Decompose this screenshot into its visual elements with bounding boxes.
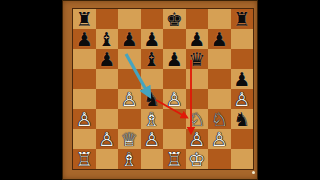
white-rook: ♖	[76, 149, 93, 169]
square-b1[interactable]	[96, 149, 119, 169]
left-letterbox	[0, 0, 62, 180]
white-knight: ♘	[188, 109, 205, 129]
square-a6[interactable]	[73, 49, 96, 69]
black-queen: ♛	[188, 49, 205, 69]
square-d3[interactable]: ♗	[141, 109, 164, 129]
square-d6[interactable]: ♝	[141, 49, 164, 69]
square-d1[interactable]	[141, 149, 164, 169]
black-pawn: ♟	[211, 29, 228, 49]
black-knight: ♞	[233, 109, 250, 129]
black-pawn: ♟	[121, 29, 138, 49]
square-f4[interactable]	[186, 89, 209, 109]
right-letterbox	[258, 0, 320, 180]
square-b5[interactable]	[96, 69, 119, 89]
square-h2[interactable]	[231, 129, 254, 149]
black-pawn: ♟	[76, 29, 93, 49]
square-d4[interactable]: ♞	[141, 89, 164, 109]
square-g2[interactable]: ♙	[208, 129, 231, 149]
white-rook: ♖	[166, 149, 183, 169]
square-a7[interactable]: ♟	[73, 29, 96, 49]
square-h5[interactable]: ♟	[231, 69, 254, 89]
square-a4[interactable]	[73, 89, 96, 109]
black-pawn: ♟	[233, 69, 250, 89]
square-c1[interactable]: ♗	[118, 149, 141, 169]
square-g1[interactable]	[208, 149, 231, 169]
white-bishop: ♗	[121, 149, 138, 169]
square-e6[interactable]: ♟	[163, 49, 186, 69]
square-h8[interactable]: ♜	[231, 9, 254, 29]
square-c7[interactable]: ♟	[118, 29, 141, 49]
square-b3[interactable]	[96, 109, 119, 129]
square-f3[interactable]: ♘	[186, 109, 209, 129]
black-pawn: ♟	[166, 49, 183, 69]
square-c3[interactable]	[118, 109, 141, 129]
black-pawn: ♟	[188, 29, 205, 49]
white-pawn: ♙	[233, 89, 250, 109]
white-pawn: ♙	[188, 129, 205, 149]
square-d7[interactable]: ♟	[141, 29, 164, 49]
square-h6[interactable]	[231, 49, 254, 69]
square-a2[interactable]	[73, 129, 96, 149]
square-b7[interactable]: ♝	[96, 29, 119, 49]
square-f1[interactable]: ♔	[186, 149, 209, 169]
chess-board-frame: ♜♚♜♟♝♟♟♟♟♟♝♟♛♟♙♞♙♙♙♗♘♘♞♙♕♙♙♙♖♗♖♔	[62, 0, 258, 180]
square-c2[interactable]: ♕	[118, 129, 141, 149]
square-c8[interactable]	[118, 9, 141, 29]
square-g8[interactable]	[208, 9, 231, 29]
square-g6[interactable]	[208, 49, 231, 69]
square-c5[interactable]	[118, 69, 141, 89]
black-rook: ♜	[233, 9, 250, 29]
black-king: ♚	[166, 9, 183, 29]
black-pawn: ♟	[143, 29, 160, 49]
square-e1[interactable]: ♖	[163, 149, 186, 169]
square-e4[interactable]: ♙	[163, 89, 186, 109]
white-pawn: ♙	[98, 129, 115, 149]
white-king: ♔	[188, 149, 205, 169]
square-b6[interactable]: ♟	[96, 49, 119, 69]
white-pawn: ♙	[76, 109, 93, 129]
white-knight: ♘	[211, 109, 228, 129]
black-knight: ♞	[143, 89, 160, 109]
square-e3[interactable]	[163, 109, 186, 129]
square-e7[interactable]	[163, 29, 186, 49]
black-bishop: ♝	[98, 29, 115, 49]
square-c6[interactable]	[118, 49, 141, 69]
square-e5[interactable]	[163, 69, 186, 89]
square-f5[interactable]	[186, 69, 209, 89]
square-a3[interactable]: ♙	[73, 109, 96, 129]
white-pawn: ♙	[166, 89, 183, 109]
square-d2[interactable]: ♙	[141, 129, 164, 149]
square-g4[interactable]	[208, 89, 231, 109]
square-b4[interactable]	[96, 89, 119, 109]
square-b2[interactable]: ♙	[96, 129, 119, 149]
white-queen: ♕	[121, 129, 138, 149]
thumbnail-stage: ♜♚♜♟♝♟♟♟♟♟♝♟♛♟♙♞♙♙♙♗♘♘♞♙♕♙♙♙♖♗♖♔	[0, 0, 320, 180]
square-h1[interactable]	[231, 149, 254, 169]
square-a1[interactable]: ♖	[73, 149, 96, 169]
white-pawn: ♙	[143, 129, 160, 149]
square-f7[interactable]: ♟	[186, 29, 209, 49]
square-d5[interactable]	[141, 69, 164, 89]
white-pawn: ♙	[121, 89, 138, 109]
square-a8[interactable]: ♜	[73, 9, 96, 29]
black-rook: ♜	[76, 9, 93, 29]
black-pawn: ♟	[98, 49, 115, 69]
square-g3[interactable]: ♘	[208, 109, 231, 129]
square-e2[interactable]	[163, 129, 186, 149]
square-g5[interactable]	[208, 69, 231, 89]
square-b8[interactable]	[96, 9, 119, 29]
black-bishop: ♝	[143, 49, 160, 69]
watermark-dot	[252, 171, 255, 174]
square-h3[interactable]: ♞	[231, 109, 254, 129]
white-bishop: ♗	[143, 109, 160, 129]
square-h4[interactable]: ♙	[231, 89, 254, 109]
square-f2[interactable]: ♙	[186, 129, 209, 149]
square-h7[interactable]	[231, 29, 254, 49]
square-d8[interactable]	[141, 9, 164, 29]
square-e8[interactable]: ♚	[163, 9, 186, 29]
square-f8[interactable]	[186, 9, 209, 29]
square-f6[interactable]: ♛	[186, 49, 209, 69]
square-g7[interactable]: ♟	[208, 29, 231, 49]
square-c4[interactable]: ♙	[118, 89, 141, 109]
chess-board[interactable]: ♜♚♜♟♝♟♟♟♟♟♝♟♛♟♙♞♙♙♙♗♘♘♞♙♕♙♙♙♖♗♖♔	[73, 9, 253, 169]
white-pawn: ♙	[211, 129, 228, 149]
square-a5[interactable]	[73, 69, 96, 89]
